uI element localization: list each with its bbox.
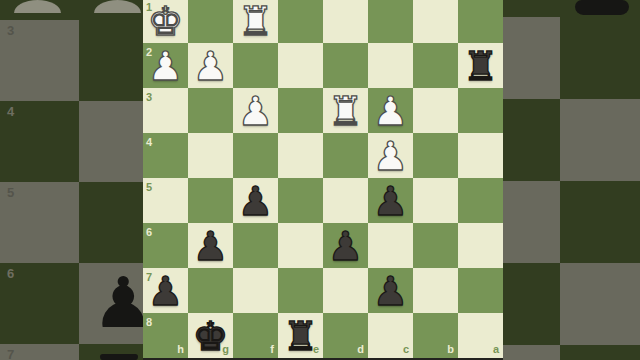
background-square (79, 20, 143, 101)
square-h6[interactable]: 6 (143, 223, 188, 268)
chess-board: 1♚♜2♟♟♜3♟♜♟4♟5♟♟6♟♟7♟♟8hg♚fe♜dcba (143, 0, 503, 358)
square-g4[interactable] (188, 133, 233, 178)
square-h1[interactable]: 1♚ (143, 0, 188, 43)
square-b2[interactable] (413, 43, 458, 88)
background-rank-label: 3 (7, 24, 14, 37)
square-f1[interactable]: ♜ (233, 0, 278, 43)
square-e8[interactable]: e♜ (278, 313, 323, 358)
background-square (503, 345, 560, 360)
square-f4[interactable] (233, 133, 278, 178)
file-label-a: a (493, 344, 499, 355)
rank-label-3: 3 (146, 92, 152, 103)
square-e1[interactable] (278, 0, 323, 43)
background-square (503, 17, 560, 99)
piece-white-pawn[interactable]: ♟ (188, 43, 233, 88)
square-e3[interactable] (278, 88, 323, 133)
square-c8[interactable]: c (368, 313, 413, 358)
piece-black-pawn[interactable]: ♟ (233, 178, 278, 223)
square-g8[interactable]: g♚ (188, 313, 233, 358)
square-b7[interactable] (413, 268, 458, 313)
square-e6[interactable] (278, 223, 323, 268)
piece-black-pawn[interactable]: ♟ (368, 178, 413, 223)
file-label-d: d (357, 344, 364, 355)
square-b3[interactable] (413, 88, 458, 133)
background-square (79, 182, 143, 263)
square-a2[interactable]: ♜ (458, 43, 503, 88)
background-square (503, 0, 560, 17)
square-b5[interactable] (413, 178, 458, 223)
square-f8[interactable]: f (233, 313, 278, 358)
square-f7[interactable] (233, 268, 278, 313)
square-f3[interactable]: ♟ (233, 88, 278, 133)
background-square (560, 345, 640, 360)
background-black-piece-top-icon (575, 0, 629, 15)
square-e7[interactable] (278, 268, 323, 313)
piece-white-king[interactable]: ♚ (143, 0, 188, 43)
piece-white-pawn[interactable]: ♟ (233, 88, 278, 133)
background-square (560, 99, 640, 181)
square-h2[interactable]: 2♟ (143, 43, 188, 88)
piece-black-pawn[interactable]: ♟ (368, 268, 413, 313)
square-b1[interactable] (413, 0, 458, 43)
square-h4[interactable]: 4 (143, 133, 188, 178)
screen: 34567♟ 1♚♜2♟♟♜3♟♜♟4♟5♟♟6♟♟7♟♟8hg♚fe♜dcba (0, 0, 640, 360)
rank-label-8: 8 (146, 317, 152, 328)
square-d2[interactable] (323, 43, 368, 88)
square-h7[interactable]: 7♟ (143, 268, 188, 313)
background-left-strip: 34567♟ (0, 0, 143, 360)
square-d4[interactable] (323, 133, 368, 178)
square-c3[interactable]: ♟ (368, 88, 413, 133)
background-black-pawn-icon: ♟ (92, 268, 143, 338)
background-square (560, 181, 640, 263)
rank-label-6: 6 (146, 227, 152, 238)
square-g3[interactable] (188, 88, 233, 133)
square-c6[interactable] (368, 223, 413, 268)
background-right-strip (503, 0, 640, 360)
piece-white-rook[interactable]: ♜ (323, 88, 368, 133)
square-a4[interactable] (458, 133, 503, 178)
piece-white-pawn[interactable]: ♟ (143, 43, 188, 88)
piece-black-pawn[interactable]: ♟ (143, 268, 188, 313)
background-square (560, 263, 640, 345)
square-a8[interactable]: a (458, 313, 503, 358)
file-label-c: c (403, 344, 409, 355)
square-d3[interactable]: ♜ (323, 88, 368, 133)
square-e5[interactable] (278, 178, 323, 223)
square-c4[interactable]: ♟ (368, 133, 413, 178)
square-g2[interactable]: ♟ (188, 43, 233, 88)
square-h8[interactable]: 8h (143, 313, 188, 358)
background-square (503, 181, 560, 263)
square-g7[interactable] (188, 268, 233, 313)
square-g5[interactable] (188, 178, 233, 223)
square-c1[interactable] (368, 0, 413, 43)
background-rank-label: 4 (7, 105, 14, 118)
square-g1[interactable] (188, 0, 233, 43)
piece-white-pawn[interactable]: ♟ (368, 133, 413, 178)
square-f6[interactable] (233, 223, 278, 268)
square-b8[interactable]: b (413, 313, 458, 358)
square-a1[interactable] (458, 0, 503, 43)
file-label-b: b (447, 344, 454, 355)
piece-black-rook[interactable]: ♜ (458, 43, 503, 88)
square-b6[interactable] (413, 223, 458, 268)
square-f2[interactable] (233, 43, 278, 88)
square-d8[interactable]: d (323, 313, 368, 358)
background-square (503, 263, 560, 345)
piece-white-rook[interactable]: ♜ (233, 0, 278, 43)
square-d6[interactable]: ♟ (323, 223, 368, 268)
square-c7[interactable]: ♟ (368, 268, 413, 313)
square-a7[interactable] (458, 268, 503, 313)
square-d1[interactable] (323, 0, 368, 43)
background-square (560, 17, 640, 99)
piece-black-king[interactable]: ♚ (188, 313, 233, 358)
background-rank-label: 5 (7, 186, 14, 199)
square-a5[interactable] (458, 178, 503, 223)
square-g6[interactable]: ♟ (188, 223, 233, 268)
square-c2[interactable] (368, 43, 413, 88)
square-d5[interactable] (323, 178, 368, 223)
square-e4[interactable] (278, 133, 323, 178)
piece-black-pawn[interactable]: ♟ (188, 223, 233, 268)
square-f5[interactable]: ♟ (233, 178, 278, 223)
square-h5[interactable]: 5 (143, 178, 188, 223)
file-label-h: h (177, 344, 184, 355)
background-rank-label: 6 (7, 267, 14, 280)
square-h3[interactable]: 3 (143, 88, 188, 133)
square-c5[interactable]: ♟ (368, 178, 413, 223)
background-square (79, 101, 143, 182)
background-rank-label: 7 (7, 348, 14, 360)
rank-label-4: 4 (146, 137, 152, 148)
background-square (503, 99, 560, 181)
file-label-f: f (270, 344, 274, 355)
square-a6[interactable] (458, 223, 503, 268)
square-b4[interactable] (413, 133, 458, 178)
square-e2[interactable] (278, 43, 323, 88)
square-d7[interactable] (323, 268, 368, 313)
rank-label-5: 5 (146, 182, 152, 193)
background-black-pawn-top-icon (100, 354, 138, 360)
piece-white-pawn[interactable]: ♟ (368, 88, 413, 133)
square-a3[interactable] (458, 88, 503, 133)
piece-black-rook[interactable]: ♜ (278, 313, 323, 358)
piece-black-pawn[interactable]: ♟ (323, 223, 368, 268)
